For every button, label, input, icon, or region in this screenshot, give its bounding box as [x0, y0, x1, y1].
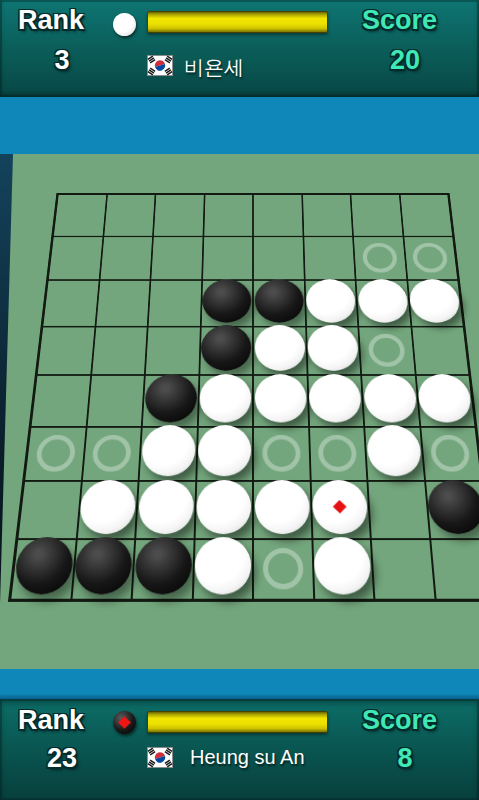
white-disc — [408, 279, 461, 322]
legal-move-hint — [430, 435, 472, 472]
cell-b6[interactable] — [81, 426, 141, 480]
cell-h1[interactable] — [399, 194, 453, 236]
cell-e6[interactable] — [253, 426, 310, 480]
cell-c6[interactable] — [139, 426, 198, 480]
cell-h4[interactable] — [411, 326, 469, 375]
cell-f1[interactable] — [302, 194, 353, 236]
cell-b3[interactable] — [95, 280, 150, 326]
divider-strip-top — [0, 97, 479, 154]
black-disc — [144, 374, 198, 422]
score-value-top: 20 — [330, 45, 479, 76]
white-disc — [137, 480, 194, 534]
cell-b5[interactable] — [86, 375, 145, 426]
cell-f3[interactable] — [304, 280, 358, 326]
cell-d4[interactable] — [199, 326, 253, 375]
score-label-top: Score — [362, 5, 437, 36]
cell-c3[interactable] — [148, 280, 202, 326]
white-disc — [357, 279, 409, 322]
white-disc — [255, 374, 307, 422]
white-disc — [309, 374, 363, 422]
legal-move-hint — [318, 435, 358, 472]
cell-f4[interactable] — [306, 326, 362, 375]
white-disc — [306, 279, 357, 322]
cell-d8[interactable] — [192, 539, 253, 600]
cell-g5[interactable] — [361, 375, 420, 426]
cell-h6[interactable] — [420, 426, 479, 480]
cell-h2[interactable] — [403, 236, 458, 280]
cell-f2[interactable] — [303, 236, 356, 280]
white-disc — [417, 374, 474, 422]
cell-d3[interactable] — [200, 280, 253, 326]
cell-c1[interactable] — [153, 194, 204, 236]
legal-move-hint — [92, 435, 133, 472]
cell-g3[interactable] — [356, 280, 411, 326]
cell-b2[interactable] — [99, 236, 153, 280]
cell-f7[interactable] — [310, 481, 371, 539]
cell-e1[interactable] — [253, 194, 303, 236]
cell-g7[interactable] — [367, 481, 429, 539]
legal-move-hint — [412, 243, 449, 273]
cell-a2[interactable] — [48, 236, 103, 280]
cell-f8[interactable] — [312, 539, 375, 600]
cell-h3[interactable] — [407, 280, 464, 326]
south-korea-flag-icon — [147, 55, 173, 76]
white-disc — [314, 537, 373, 594]
black-disc — [255, 279, 304, 322]
white-disc — [194, 537, 251, 594]
white-disc — [363, 374, 418, 422]
black-disc — [201, 325, 252, 371]
south-korea-flag-icon — [147, 747, 173, 768]
turn-marker-icon — [118, 716, 131, 729]
rank-label-top: Rank — [18, 5, 84, 36]
board-plane — [8, 193, 479, 602]
cell-d6[interactable] — [196, 426, 253, 480]
rank-value-top: 3 — [0, 45, 124, 76]
board-3d-wrap — [35, 157, 471, 593]
legal-move-hint — [362, 243, 398, 273]
cell-e5[interactable] — [253, 375, 309, 426]
cell-g2[interactable] — [353, 236, 407, 280]
divider-strip-bottom — [0, 669, 479, 699]
black-disc — [202, 279, 251, 322]
rating-bar-top — [147, 11, 328, 33]
last-move-marker — [333, 500, 347, 514]
cell-a3[interactable] — [42, 280, 99, 326]
score-value-bottom: 8 — [330, 743, 479, 774]
white-disc — [312, 480, 369, 534]
cell-c5[interactable] — [142, 375, 199, 426]
black-disc — [73, 537, 133, 594]
cell-b4[interactable] — [91, 326, 148, 375]
bottom-player-panel: Rank Score 23 Heung su An 8 — [0, 699, 479, 800]
cell-a5[interactable] — [31, 375, 91, 426]
cell-h5[interactable] — [415, 375, 475, 426]
cell-d5[interactable] — [197, 375, 253, 426]
white-disc — [198, 425, 252, 476]
black-player-disc-icon — [113, 711, 136, 734]
cell-c8[interactable] — [132, 539, 195, 600]
cell-d2[interactable] — [202, 236, 253, 280]
cell-d1[interactable] — [203, 194, 253, 236]
cell-a4[interactable] — [37, 326, 95, 375]
black-disc — [13, 537, 75, 594]
legal-move-hint — [35, 435, 77, 472]
cell-e3[interactable] — [253, 280, 306, 326]
score-label-bottom: Score — [362, 705, 437, 736]
cell-g4[interactable] — [358, 326, 415, 375]
black-disc — [134, 537, 193, 594]
legal-move-hint — [263, 548, 304, 589]
cell-d7[interactable] — [194, 481, 253, 539]
cell-e7[interactable] — [253, 481, 312, 539]
white-disc — [199, 374, 251, 422]
white-disc — [141, 425, 196, 476]
cell-c2[interactable] — [150, 236, 203, 280]
legal-move-hint — [262, 435, 300, 472]
cell-a7[interactable] — [17, 481, 81, 539]
game-screen: Rank Score 3 비욘세 20 Rank Score — [0, 0, 479, 800]
cell-f6[interactable] — [309, 426, 368, 480]
cell-c4[interactable] — [145, 326, 201, 375]
cell-g1[interactable] — [351, 194, 403, 236]
cell-e4[interactable] — [253, 326, 307, 375]
cell-a1[interactable] — [53, 194, 107, 236]
player-name-bottom: Heung su An — [190, 746, 305, 769]
white-disc — [196, 480, 251, 534]
white-disc — [255, 480, 310, 534]
cell-c7[interactable] — [135, 481, 196, 539]
cell-b8[interactable] — [71, 539, 135, 600]
legal-move-hint — [367, 334, 405, 367]
white-disc — [307, 325, 359, 371]
white-disc — [78, 480, 137, 534]
white-disc — [255, 325, 306, 371]
rank-value-bottom: 23 — [0, 743, 124, 774]
cell-g6[interactable] — [364, 426, 424, 480]
cell-b1[interactable] — [103, 194, 155, 236]
cell-g8[interactable] — [371, 539, 435, 600]
rank-label-bottom: Rank — [18, 705, 84, 736]
cell-a6[interactable] — [24, 426, 86, 480]
rating-bar-bottom — [147, 711, 328, 733]
white-player-disc-icon — [113, 13, 136, 36]
cell-f5[interactable] — [307, 375, 364, 426]
cell-e8[interactable] — [253, 539, 314, 600]
player-name-top: 비욘세 — [184, 54, 244, 81]
cell-h7[interactable] — [425, 481, 479, 539]
cell-h8[interactable] — [430, 539, 479, 600]
white-disc — [366, 425, 423, 476]
cell-b7[interactable] — [76, 481, 138, 539]
black-disc — [426, 480, 479, 534]
cell-a8[interactable] — [10, 539, 76, 600]
cell-e2[interactable] — [253, 236, 304, 280]
top-player-panel: Rank Score 3 비욘세 20 — [0, 0, 479, 97]
